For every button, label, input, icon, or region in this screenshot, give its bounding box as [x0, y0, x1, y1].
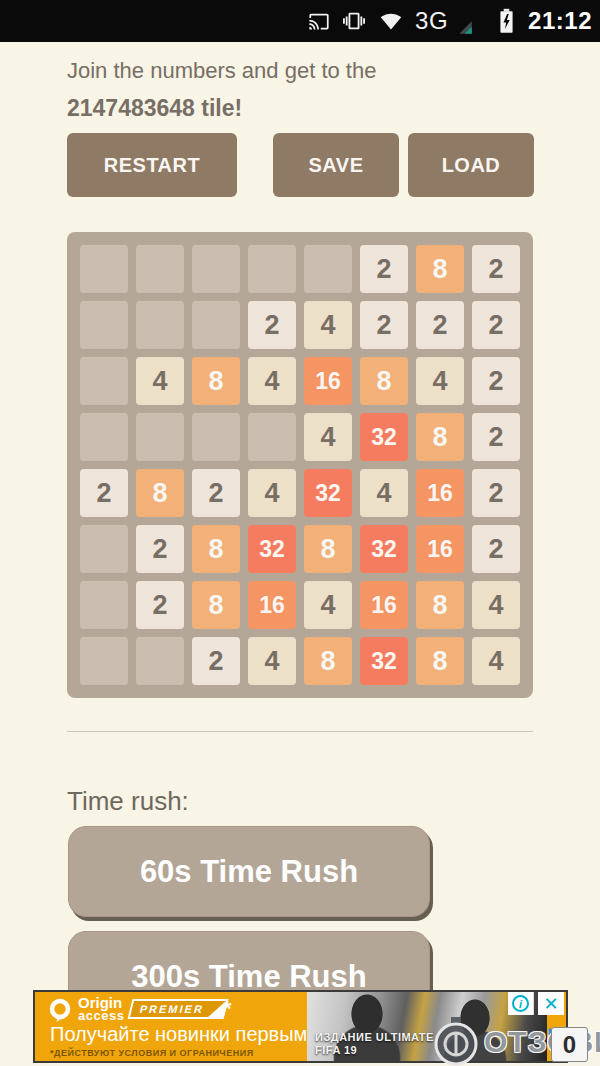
empty-cell [80, 413, 128, 461]
age-rating-badge: 0 [551, 1027, 588, 1062]
tile-16: 16 [304, 357, 352, 405]
section-divider [67, 731, 533, 732]
tile-2: 2 [248, 301, 296, 349]
premier-badge: PREMIER [128, 999, 229, 1019]
empty-cell [192, 245, 240, 293]
vibrate-icon [341, 10, 367, 32]
tile-8: 8 [416, 581, 464, 629]
tile-2: 2 [360, 245, 408, 293]
load-button[interactable]: LOAD [408, 133, 534, 197]
time-rush-60s-button[interactable]: 60s Time Rush [68, 826, 430, 917]
empty-cell [136, 245, 184, 293]
battery-charging-icon [499, 8, 514, 34]
game-board[interactable]: 2822422248416842432822824324162283283216… [67, 232, 533, 698]
empty-cell [80, 525, 128, 573]
origin-access-wordmark: Origin access [78, 996, 124, 1023]
tile-2: 2 [472, 301, 520, 349]
ad-banner[interactable]: Origin access PREMIER * Получайте новинк… [33, 990, 568, 1063]
game-toolbar: RESTART SAVE LOAD [67, 133, 534, 197]
time-rush-label: Time rush: [67, 786, 189, 817]
tile-8: 8 [136, 469, 184, 517]
tile-16: 16 [416, 525, 464, 573]
empty-cell [80, 581, 128, 629]
screen-cast-icon [307, 11, 331, 32]
tile-8: 8 [192, 525, 240, 573]
empty-cell [304, 245, 352, 293]
tile-8: 8 [192, 357, 240, 405]
empty-cell [136, 637, 184, 685]
tile-2: 2 [136, 581, 184, 629]
tile-8: 8 [304, 637, 352, 685]
tile-8: 8 [360, 357, 408, 405]
tile-2: 2 [136, 525, 184, 573]
tile-2: 2 [360, 301, 408, 349]
tile-4: 4 [304, 413, 352, 461]
tile-4: 4 [360, 469, 408, 517]
tile-2: 2 [472, 413, 520, 461]
tile-4: 4 [248, 637, 296, 685]
clock: 21:12 [528, 7, 592, 35]
tile-16: 16 [360, 581, 408, 629]
tile-4: 4 [136, 357, 184, 405]
tile-8: 8 [416, 637, 464, 685]
tile-4: 4 [248, 357, 296, 405]
tile-2: 2 [192, 469, 240, 517]
adchoices-info-icon[interactable]: i [508, 992, 534, 1015]
tile-4: 4 [472, 637, 520, 685]
tile-4: 4 [304, 301, 352, 349]
tile-4: 4 [472, 581, 520, 629]
restart-button[interactable]: RESTART [67, 133, 237, 197]
save-button[interactable]: SAVE [273, 133, 399, 197]
tile-16: 16 [248, 581, 296, 629]
asterisk: * [223, 996, 232, 1022]
tile-4: 4 [248, 469, 296, 517]
ad-headline: Получайте новинки первыми [50, 1023, 319, 1046]
tile-2: 2 [472, 245, 520, 293]
empty-cell [248, 245, 296, 293]
wifi-icon [377, 11, 405, 32]
empty-cell [192, 413, 240, 461]
tile-2: 2 [80, 469, 128, 517]
tile-32: 32 [360, 637, 408, 685]
tile-4: 4 [304, 581, 352, 629]
tile-8: 8 [192, 581, 240, 629]
tile-8: 8 [416, 413, 464, 461]
phone-screen: 3G 21:12 Join the numbers and get to the… [0, 0, 600, 1066]
fifa19-edition-caption: ИЗДАНИЕ ULTIMATE FIFA 19 [315, 1031, 434, 1059]
tile-32: 32 [248, 525, 296, 573]
tile-2: 2 [472, 357, 520, 405]
ad-close-icon[interactable]: ✕ [538, 992, 564, 1015]
ad-disclaimer: *ДЕЙСТВУЮТ УСЛОВИЯ И ОГРАНИЧЕНИЯ [50, 1048, 254, 1058]
empty-cell [80, 357, 128, 405]
tile-32: 32 [304, 469, 352, 517]
tile-2: 2 [472, 525, 520, 573]
empty-cell [80, 245, 128, 293]
tile-4: 4 [416, 357, 464, 405]
empty-cell [136, 413, 184, 461]
tile-16: 16 [416, 469, 464, 517]
empty-cell [136, 301, 184, 349]
game-subtitle-line2: 2147483648 tile! [67, 95, 242, 122]
android-status-bar: 3G 21:12 [0, 0, 600, 42]
empty-cell [80, 301, 128, 349]
tile-8: 8 [304, 525, 352, 573]
empty-cell [80, 637, 128, 685]
tile-2: 2 [472, 469, 520, 517]
tile-2: 2 [416, 301, 464, 349]
network-type-label: 3G [415, 7, 448, 35]
game-subtitle-line1: Join the numbers and get to the [67, 58, 376, 84]
empty-cell [192, 301, 240, 349]
origin-logo-icon [48, 998, 72, 1022]
empty-cell [248, 413, 296, 461]
tile-2: 2 [192, 637, 240, 685]
signal-strength-icon [458, 20, 473, 35]
tile-32: 32 [360, 525, 408, 573]
tile-32: 32 [360, 413, 408, 461]
tile-8: 8 [416, 245, 464, 293]
